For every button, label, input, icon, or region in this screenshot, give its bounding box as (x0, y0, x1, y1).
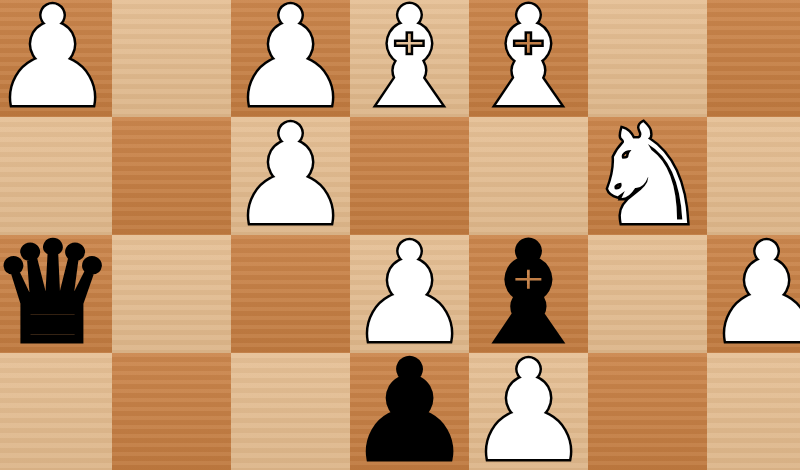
white-bishop-d5[interactable]: ♝♝ (350, 0, 469, 117)
square-f4[interactable]: ♞♞ (588, 117, 707, 235)
square-c2[interactable] (231, 353, 350, 470)
square-g5[interactable] (707, 0, 800, 117)
chessboard-viewport: ♟♟♟♟♝♝♝♝♟♟♞♞♛♛♟♟♝♝♟♟♟♟♟♟ (0, 0, 800, 470)
white-pawn-glyph: ♟ (0, 0, 112, 117)
white-pawn-a5[interactable]: ♟♟ (0, 0, 112, 117)
black-pawn-d2[interactable]: ♟♟ (350, 353, 469, 470)
square-a5[interactable]: ♟♟ (0, 0, 112, 117)
white-pawn-g3[interactable]: ♟♟ (707, 235, 800, 353)
square-a3[interactable]: ♛♛ (0, 235, 112, 353)
white-knight-f4[interactable]: ♞♞ (588, 117, 707, 235)
black-queen-glyph: ♛ (0, 235, 112, 353)
white-bishop-e5[interactable]: ♝♝ (469, 0, 588, 117)
square-e2[interactable]: ♟♟ (469, 353, 588, 470)
square-d2[interactable]: ♟♟ (350, 353, 469, 470)
square-f2[interactable] (588, 353, 707, 470)
square-g3[interactable]: ♟♟ (707, 235, 800, 353)
white-bishop-glyph: ♝ (469, 0, 588, 117)
white-pawn-glyph: ♟ (469, 353, 588, 470)
black-queen-a3[interactable]: ♛♛ (0, 235, 112, 353)
square-e5[interactable]: ♝♝ (469, 0, 588, 117)
square-b3[interactable] (112, 235, 231, 353)
white-knight-glyph: ♞ (588, 117, 707, 235)
black-pawn-glyph: ♟ (350, 353, 469, 470)
square-d5[interactable]: ♝♝ (350, 0, 469, 117)
white-pawn-c4[interactable]: ♟♟ (231, 117, 350, 235)
white-bishop-glyph: ♝ (350, 0, 469, 117)
square-b5[interactable] (112, 0, 231, 117)
white-pawn-glyph: ♟ (231, 117, 350, 235)
white-pawn-e2[interactable]: ♟♟ (469, 353, 588, 470)
square-b2[interactable] (112, 353, 231, 470)
white-pawn-glyph: ♟ (707, 235, 800, 353)
square-b4[interactable] (112, 117, 231, 235)
chessboard: ♟♟♟♟♝♝♝♝♟♟♞♞♛♛♟♟♝♝♟♟♟♟♟♟ (0, 0, 800, 470)
square-c4[interactable]: ♟♟ (231, 117, 350, 235)
